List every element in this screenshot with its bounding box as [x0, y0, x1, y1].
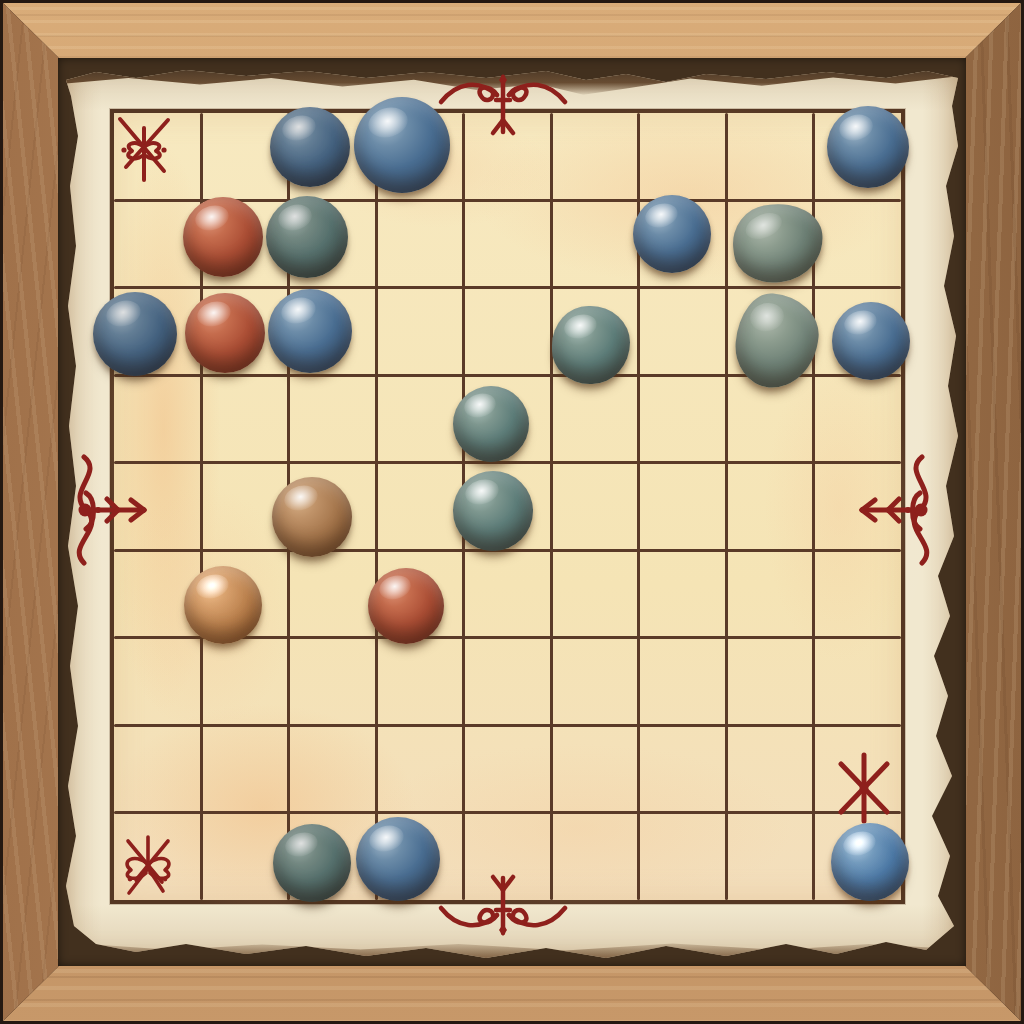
- stone-R-r6c4[interactable]: [368, 568, 444, 644]
- stone-T-r3c6[interactable]: [552, 306, 630, 384]
- stones-layer: [0, 0, 1024, 1024]
- stone-B-r1c4[interactable]: [354, 97, 450, 193]
- stone-B-r1c3[interactable]: [270, 107, 350, 187]
- stone-B-r3c3[interactable]: [268, 289, 352, 373]
- stone-R-r3c2[interactable]: [185, 293, 265, 373]
- stone-B-r3c9[interactable]: [832, 302, 910, 380]
- board-scene: [0, 0, 1024, 1024]
- stone-N-r6c2[interactable]: [184, 566, 262, 644]
- stone-G-r2c8[interactable]: [729, 199, 828, 287]
- stone-G-r3c8[interactable]: [732, 291, 822, 392]
- stone-B-r9c9[interactable]: [831, 823, 909, 901]
- stone-T-r4c5[interactable]: [453, 386, 529, 462]
- stone-N-r5c3[interactable]: [272, 477, 352, 557]
- stone-B-r1c9[interactable]: [827, 106, 909, 188]
- stone-B-r9c4[interactable]: [356, 817, 440, 901]
- stone-B-r2c7[interactable]: [633, 195, 711, 273]
- stone-T-r9c3[interactable]: [273, 824, 351, 902]
- stone-B-r3c1[interactable]: [93, 292, 177, 376]
- stone-T-r2c3[interactable]: [266, 196, 348, 278]
- stone-R-r2c2[interactable]: [183, 197, 263, 277]
- stone-T-r5c5[interactable]: [453, 471, 533, 551]
